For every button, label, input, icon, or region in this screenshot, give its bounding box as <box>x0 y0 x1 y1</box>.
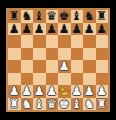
square-g4[interactable] <box>83 60 96 73</box>
square-f1[interactable]: ♝ <box>71 98 84 111</box>
piece-white-knight[interactable]: ♞ <box>21 97 32 110</box>
square-e1[interactable]: ♚ <box>58 98 71 111</box>
piece-white-knight[interactable]: ♞ <box>84 97 95 110</box>
square-h5[interactable] <box>96 48 109 61</box>
piece-white-pawn[interactable]: ♟ <box>59 60 70 73</box>
square-e6[interactable] <box>58 35 71 48</box>
square-c5[interactable] <box>33 48 46 61</box>
square-e7[interactable]: ♟ <box>58 23 71 36</box>
square-a7[interactable]: ♟ <box>8 23 21 36</box>
square-h4[interactable] <box>96 60 109 73</box>
square-g7[interactable]: ♟ <box>83 23 96 36</box>
piece-white-bishop[interactable]: ♝ <box>34 97 45 110</box>
chess-board: ♜♞♝♛♚♝♞♜♟♟♟♟♟♟♟♟♟♟♟♟♟♟♟♟♜♞♝♛♚♝♞♜ <box>8 10 108 110</box>
chess-board-frame: ♜♞♝♛♚♝♞♜♟♟♟♟♟♟♟♟♟♟♟♟♟♟♟♟♜♞♝♛♚♝♞♜ <box>6 8 110 112</box>
square-a5[interactable] <box>8 48 21 61</box>
square-c6[interactable] <box>33 35 46 48</box>
square-e4[interactable]: ♟ <box>58 60 71 73</box>
square-b5[interactable] <box>21 48 34 61</box>
square-c4[interactable] <box>33 60 46 73</box>
piece-black-pawn[interactable]: ♟ <box>96 22 107 35</box>
piece-black-pawn[interactable]: ♟ <box>34 22 45 35</box>
square-f4[interactable] <box>71 60 84 73</box>
square-h7[interactable]: ♟ <box>96 23 109 36</box>
square-e3[interactable] <box>58 73 71 86</box>
square-d5[interactable] <box>46 48 59 61</box>
piece-black-pawn[interactable]: ♟ <box>21 22 32 35</box>
square-g6[interactable] <box>83 35 96 48</box>
piece-white-king[interactable]: ♚ <box>59 97 70 110</box>
square-b7[interactable]: ♟ <box>21 23 34 36</box>
piece-white-rook[interactable]: ♜ <box>96 97 107 110</box>
square-b6[interactable] <box>21 35 34 48</box>
square-d6[interactable] <box>46 35 59 48</box>
square-f5[interactable] <box>71 48 84 61</box>
square-c7[interactable]: ♟ <box>33 23 46 36</box>
square-a1[interactable]: ♜ <box>8 98 21 111</box>
piece-black-pawn[interactable]: ♟ <box>46 22 57 35</box>
piece-white-queen[interactable]: ♛ <box>46 97 57 110</box>
square-g5[interactable] <box>83 48 96 61</box>
square-b4[interactable] <box>21 60 34 73</box>
square-c1[interactable]: ♝ <box>33 98 46 111</box>
square-d1[interactable]: ♛ <box>46 98 59 111</box>
square-h6[interactable] <box>96 35 109 48</box>
square-a6[interactable] <box>8 35 21 48</box>
piece-black-pawn[interactable]: ♟ <box>59 22 70 35</box>
square-b1[interactable]: ♞ <box>21 98 34 111</box>
piece-black-pawn[interactable]: ♟ <box>71 22 82 35</box>
piece-white-rook[interactable]: ♜ <box>9 97 20 110</box>
square-g1[interactable]: ♞ <box>83 98 96 111</box>
square-f6[interactable] <box>71 35 84 48</box>
square-d7[interactable]: ♟ <box>46 23 59 36</box>
piece-white-bishop[interactable]: ♝ <box>71 97 82 110</box>
square-f7[interactable]: ♟ <box>71 23 84 36</box>
piece-black-pawn[interactable]: ♟ <box>84 22 95 35</box>
square-a4[interactable] <box>8 60 21 73</box>
square-h1[interactable]: ♜ <box>96 98 109 111</box>
square-d4[interactable] <box>46 60 59 73</box>
piece-black-pawn[interactable]: ♟ <box>9 22 20 35</box>
